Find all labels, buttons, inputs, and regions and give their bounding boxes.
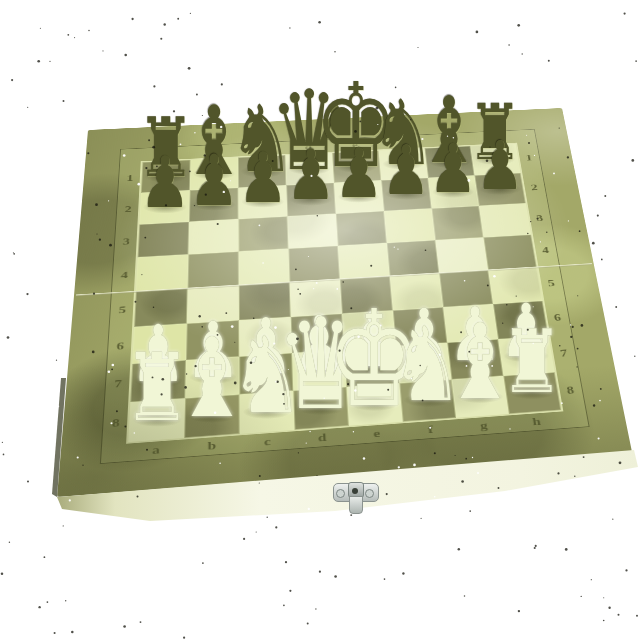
square-a3 <box>138 222 189 258</box>
square-f6 <box>393 307 447 346</box>
square-d1 <box>285 153 334 185</box>
square-b5 <box>187 285 239 323</box>
square-f2 <box>381 178 431 211</box>
coord-label-a-bottom: a <box>152 443 160 456</box>
square-g7 <box>447 339 503 379</box>
square-d4 <box>288 246 339 282</box>
square-h8 <box>503 372 561 414</box>
square-b6 <box>186 320 239 360</box>
clasp-latch <box>331 481 379 515</box>
square-d7 <box>292 350 347 391</box>
coord-label-e-top: e <box>352 140 358 149</box>
coord-label-c-top: c <box>259 144 265 154</box>
square-c8 <box>239 391 294 434</box>
coord-label-g-top: g <box>443 136 450 145</box>
square-h1 <box>470 144 520 176</box>
coord-label-1-left: 1 <box>126 173 133 183</box>
coord-label-b-top: b <box>211 147 218 157</box>
coord-label-7-right: 7 <box>559 347 568 359</box>
square-h5 <box>488 267 542 304</box>
square-a5 <box>134 288 187 327</box>
square-g2 <box>428 175 479 208</box>
coord-label-8-left: 8 <box>112 416 120 429</box>
square-a6 <box>132 324 187 364</box>
coord-label-b-bottom: b <box>208 439 217 452</box>
square-h4 <box>483 235 536 270</box>
square-f8 <box>399 380 456 422</box>
coord-label-a-top: a <box>163 149 170 159</box>
square-g6 <box>443 304 498 343</box>
square-a2 <box>139 190 189 224</box>
square-e5 <box>340 276 393 314</box>
square-c4 <box>239 249 290 286</box>
square-e4 <box>338 243 390 279</box>
coord-label-e-bottom: e <box>373 427 381 440</box>
coord-label-c-bottom: c <box>264 435 271 448</box>
clasp-tongue <box>349 496 363 514</box>
square-b2 <box>189 188 238 222</box>
coord-label-4-right: 4 <box>541 245 549 256</box>
coord-label-5-left: 5 <box>118 304 126 316</box>
square-c1 <box>238 155 286 188</box>
square-f7 <box>396 343 452 384</box>
square-a4 <box>136 254 188 291</box>
square-f3 <box>384 208 435 243</box>
square-c6 <box>239 317 292 357</box>
coord-label-f-top: f <box>398 138 403 147</box>
square-c7 <box>239 353 293 394</box>
coord-label-d-top: d <box>305 142 313 152</box>
square-g1 <box>425 146 475 178</box>
square-h6 <box>493 301 548 339</box>
square-e7 <box>344 346 399 387</box>
squares-grid <box>128 144 561 442</box>
square-c5 <box>239 282 291 320</box>
square-g3 <box>432 206 484 240</box>
square-e3 <box>336 211 387 246</box>
coord-label-g-bottom: g <box>479 419 488 432</box>
square-e8 <box>347 383 403 426</box>
square-e1 <box>332 151 381 183</box>
square-h7 <box>498 336 555 376</box>
square-f1 <box>379 148 428 180</box>
square-g4 <box>435 237 488 273</box>
square-b4 <box>188 252 239 289</box>
photo-scene: aabbccddeeffgghh1122334455667788 ♜♝♞♛♚♞♝… <box>0 0 640 640</box>
coord-label-h-bottom: h <box>532 415 542 428</box>
coord-label-3-left: 3 <box>122 236 130 247</box>
square-d5 <box>290 279 342 317</box>
square-g8 <box>452 376 509 418</box>
square-d6 <box>291 314 344 353</box>
coord-label-7-left: 7 <box>114 377 122 390</box>
square-c2 <box>238 185 287 219</box>
coord-label-h-top: h <box>488 133 496 142</box>
coord-label-4-left: 4 <box>120 269 128 280</box>
square-a7 <box>130 360 186 402</box>
coord-label-6-left: 6 <box>116 340 124 352</box>
clasp-keyhole <box>352 488 358 494</box>
square-a1 <box>141 160 191 193</box>
square-b8 <box>184 394 239 437</box>
square-d8 <box>293 387 349 430</box>
clasp-screw-right <box>365 489 374 498</box>
square-h2 <box>474 173 525 206</box>
square-e6 <box>342 310 396 349</box>
square-d2 <box>286 183 336 217</box>
square-a8 <box>128 398 185 442</box>
coord-label-6-right: 6 <box>553 312 562 323</box>
square-c3 <box>238 216 288 251</box>
square-f5 <box>390 273 443 310</box>
square-f4 <box>387 240 439 276</box>
coord-label-2-left: 2 <box>124 204 131 214</box>
square-h3 <box>479 203 531 237</box>
coord-label-d-bottom: d <box>318 431 327 444</box>
square-b7 <box>185 357 239 399</box>
square-g5 <box>439 270 493 307</box>
clasp-screw-left <box>336 489 345 498</box>
chess-board: aabbccddeeffgghh1122334455667788 <box>57 108 632 497</box>
square-b3 <box>188 219 238 254</box>
square-e2 <box>334 180 384 213</box>
square-b1 <box>190 158 238 191</box>
square-d3 <box>287 214 337 249</box>
